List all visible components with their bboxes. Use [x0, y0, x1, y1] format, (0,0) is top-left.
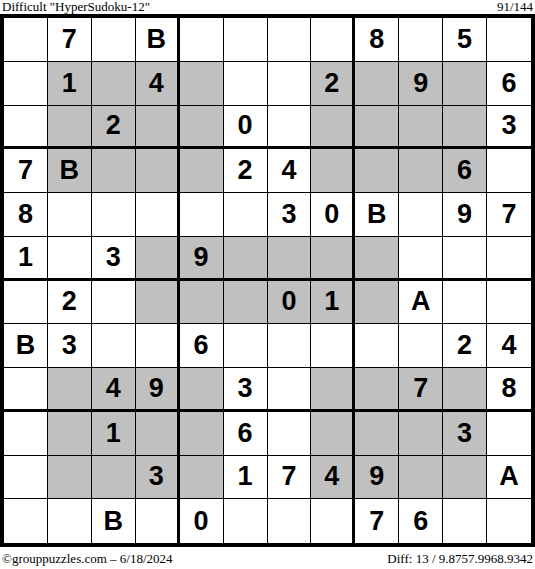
given-cell-r4c6: 2: [224, 149, 268, 193]
given-cell-r12c5: 0: [180, 499, 224, 543]
empty-cell-r8c9[interactable]: [355, 324, 399, 368]
empty-cell-r8c10[interactable]: [399, 324, 443, 368]
given-cell-r7c10: A: [399, 281, 443, 325]
empty-cell-r8c4[interactable]: [136, 324, 180, 368]
given-cell-r1c2: 7: [48, 18, 92, 62]
empty-cell-r3c4[interactable]: [136, 106, 180, 150]
empty-cell-r4c4[interactable]: [136, 149, 180, 193]
empty-cell-r2c6[interactable]: [224, 62, 268, 106]
given-cell-r11c7: 7: [268, 456, 312, 500]
given-cell-r9c10: 7: [399, 368, 443, 412]
empty-cell-r6c4[interactable]: [136, 237, 180, 281]
empty-cell-r10c8[interactable]: [311, 412, 355, 456]
progress-counter: 91/144: [497, 0, 533, 13]
empty-cell-r4c8[interactable]: [311, 149, 355, 193]
empty-cell-r12c11[interactable]: [443, 499, 487, 543]
empty-cell-r5c5[interactable]: [180, 193, 224, 237]
empty-cell-r12c8[interactable]: [311, 499, 355, 543]
empty-cell-r1c1[interactable]: [4, 18, 48, 62]
given-cell-r11c9: 9: [355, 456, 399, 500]
puzzle-title: Difficult "HyperSudoku-12": [2, 0, 150, 13]
empty-cell-r6c2[interactable]: [48, 237, 92, 281]
given-cell-r11c6: 1: [224, 456, 268, 500]
empty-cell-r4c5[interactable]: [180, 149, 224, 193]
empty-cell-r7c5[interactable]: [180, 281, 224, 325]
empty-cell-r9c11[interactable]: [443, 368, 487, 412]
footer-difficulty: Diff: 13 / 9.8757.9968.9342: [387, 552, 533, 566]
given-cell-r1c9: 8: [355, 18, 399, 62]
empty-cell-r10c12[interactable]: [487, 412, 531, 456]
empty-cell-r4c12[interactable]: [487, 149, 531, 193]
empty-cell-r12c12[interactable]: [487, 499, 531, 543]
given-cell-r3c12: 3: [487, 106, 531, 150]
empty-cell-r7c4[interactable]: [136, 281, 180, 325]
given-cell-r10c6: 6: [224, 412, 268, 456]
empty-cell-r4c9[interactable]: [355, 149, 399, 193]
given-cell-r8c1: B: [4, 324, 48, 368]
empty-cell-r11c3[interactable]: [92, 456, 136, 500]
empty-cell-r11c5[interactable]: [180, 456, 224, 500]
given-cell-r5c1: 8: [4, 193, 48, 237]
given-cell-r4c11: 6: [443, 149, 487, 193]
empty-cell-r11c1[interactable]: [4, 456, 48, 500]
empty-cell-r2c7[interactable]: [268, 62, 312, 106]
empty-cell-r6c12[interactable]: [487, 237, 531, 281]
empty-cell-r4c3[interactable]: [92, 149, 136, 193]
empty-cell-r7c12[interactable]: [487, 281, 531, 325]
given-cell-r2c12: 6: [487, 62, 531, 106]
empty-cell-r2c9[interactable]: [355, 62, 399, 106]
given-cell-r5c11: 9: [443, 193, 487, 237]
empty-cell-r9c7[interactable]: [268, 368, 312, 412]
empty-cell-r3c10[interactable]: [399, 106, 443, 150]
empty-cell-r8c7[interactable]: [268, 324, 312, 368]
empty-cell-r2c5[interactable]: [180, 62, 224, 106]
empty-cell-r6c8[interactable]: [311, 237, 355, 281]
empty-cell-r12c6[interactable]: [224, 499, 268, 543]
empty-cell-r3c11[interactable]: [443, 106, 487, 150]
empty-cell-r7c1[interactable]: [4, 281, 48, 325]
empty-cell-r8c3[interactable]: [92, 324, 136, 368]
empty-cell-r10c4[interactable]: [136, 412, 180, 456]
given-cell-r4c2: B: [48, 149, 92, 193]
empty-cell-r3c7[interactable]: [268, 106, 312, 150]
given-cell-r5c12: 7: [487, 193, 531, 237]
given-cell-r11c4: 3: [136, 456, 180, 500]
given-cell-r5c7: 3: [268, 193, 312, 237]
empty-cell-r7c9[interactable]: [355, 281, 399, 325]
empty-cell-r6c9[interactable]: [355, 237, 399, 281]
given-cell-r9c4: 9: [136, 368, 180, 412]
given-cell-r10c11: 3: [443, 412, 487, 456]
given-cell-r7c2: 2: [48, 281, 92, 325]
empty-cell-r6c6[interactable]: [224, 237, 268, 281]
empty-cell-r5c2[interactable]: [48, 193, 92, 237]
given-cell-r2c10: 9: [399, 62, 443, 106]
given-cell-r9c12: 8: [487, 368, 531, 412]
empty-cell-r3c9[interactable]: [355, 106, 399, 150]
footer-copyright: ©grouppuzzles.com – 6/18/2024: [2, 552, 173, 566]
empty-cell-r8c6[interactable]: [224, 324, 268, 368]
given-cell-r7c8: 1: [311, 281, 355, 325]
empty-cell-r10c2[interactable]: [48, 412, 92, 456]
empty-cell-r6c7[interactable]: [268, 237, 312, 281]
empty-cell-r10c5[interactable]: [180, 412, 224, 456]
empty-cell-r10c10[interactable]: [399, 412, 443, 456]
given-cell-r11c8: 4: [311, 456, 355, 500]
empty-cell-r3c1[interactable]: [4, 106, 48, 150]
given-cell-r5c9: B: [355, 193, 399, 237]
empty-cell-r9c9[interactable]: [355, 368, 399, 412]
empty-cell-r9c1[interactable]: [4, 368, 48, 412]
empty-cell-r10c1[interactable]: [4, 412, 48, 456]
given-cell-r6c1: 1: [4, 237, 48, 281]
empty-cell-r12c7[interactable]: [268, 499, 312, 543]
given-cell-r4c7: 4: [268, 149, 312, 193]
empty-cell-r7c6[interactable]: [224, 281, 268, 325]
empty-cell-r1c10[interactable]: [399, 18, 443, 62]
given-cell-r4c1: 7: [4, 149, 48, 193]
empty-cell-r6c10[interactable]: [399, 237, 443, 281]
empty-cell-r3c5[interactable]: [180, 106, 224, 150]
empty-cell-r5c6[interactable]: [224, 193, 268, 237]
given-cell-r12c3: B: [92, 499, 136, 543]
given-cell-r11c12: A: [487, 456, 531, 500]
empty-cell-r3c2[interactable]: [48, 106, 92, 150]
empty-cell-r9c8[interactable]: [311, 368, 355, 412]
empty-cell-r5c3[interactable]: [92, 193, 136, 237]
empty-cell-r1c12[interactable]: [487, 18, 531, 62]
given-cell-r3c6: 0: [224, 106, 268, 150]
empty-cell-r1c6[interactable]: [224, 18, 268, 62]
empty-cell-r1c7[interactable]: [268, 18, 312, 62]
given-cell-r12c9: 7: [355, 499, 399, 543]
empty-cell-r1c5[interactable]: [180, 18, 224, 62]
empty-cell-r7c3[interactable]: [92, 281, 136, 325]
given-cell-r2c4: 4: [136, 62, 180, 106]
given-cell-r6c3: 3: [92, 237, 136, 281]
empty-cell-r11c11[interactable]: [443, 456, 487, 500]
empty-cell-r12c4[interactable]: [136, 499, 180, 543]
header: Difficult "HyperSudoku-12" 91/144: [0, 0, 535, 14]
empty-cell-r1c3[interactable]: [92, 18, 136, 62]
given-cell-r2c2: 1: [48, 62, 92, 106]
given-cell-r1c11: 5: [443, 18, 487, 62]
empty-cell-r11c10[interactable]: [399, 456, 443, 500]
given-cell-r8c5: 6: [180, 324, 224, 368]
empty-cell-r4c10[interactable]: [399, 149, 443, 193]
empty-cell-r2c3[interactable]: [92, 62, 136, 106]
sudoku-grid: 7B85142962037B246830B97139201AB362449378…: [0, 14, 535, 547]
given-cell-r1c4: B: [136, 18, 180, 62]
given-cell-r9c3: 4: [92, 368, 136, 412]
given-cell-r2c8: 2: [311, 62, 355, 106]
empty-cell-r7c11[interactable]: [443, 281, 487, 325]
given-cell-r7c7: 0: [268, 281, 312, 325]
empty-cell-r2c1[interactable]: [4, 62, 48, 106]
empty-cell-r9c2[interactable]: [48, 368, 92, 412]
given-cell-r6c5: 9: [180, 237, 224, 281]
given-cell-r12c10: 6: [399, 499, 443, 543]
empty-cell-r5c4[interactable]: [136, 193, 180, 237]
empty-cell-r10c7[interactable]: [268, 412, 312, 456]
given-cell-r8c2: 3: [48, 324, 92, 368]
empty-cell-r6c11[interactable]: [443, 237, 487, 281]
given-cell-r3c3: 2: [92, 106, 136, 150]
empty-cell-r3c8[interactable]: [311, 106, 355, 150]
footer: ©grouppuzzles.com – 6/18/2024 Diff: 13 /…: [0, 547, 535, 569]
empty-cell-r12c1[interactable]: [4, 499, 48, 543]
empty-cell-r2c11[interactable]: [443, 62, 487, 106]
empty-cell-r8c8[interactable]: [311, 324, 355, 368]
given-cell-r5c8: 0: [311, 193, 355, 237]
given-cell-r10c3: 1: [92, 412, 136, 456]
empty-cell-r1c8[interactable]: [311, 18, 355, 62]
empty-cell-r12c2[interactable]: [48, 499, 92, 543]
given-cell-r8c12: 4: [487, 324, 531, 368]
given-cell-r9c6: 3: [224, 368, 268, 412]
empty-cell-r9c5[interactable]: [180, 368, 224, 412]
given-cell-r8c11: 2: [443, 324, 487, 368]
empty-cell-r10c9[interactable]: [355, 412, 399, 456]
empty-cell-r11c2[interactable]: [48, 456, 92, 500]
empty-cell-r5c10[interactable]: [399, 193, 443, 237]
